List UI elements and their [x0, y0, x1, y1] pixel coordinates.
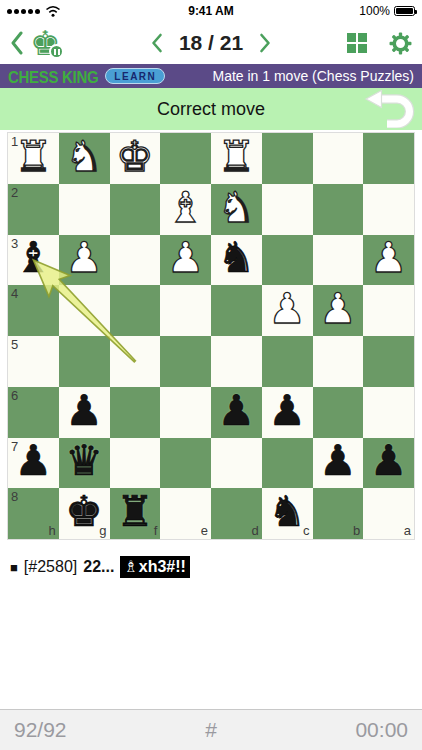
square-b2[interactable]	[313, 184, 364, 235]
white-pawn-c4: ♟	[268, 284, 306, 334]
square-f6[interactable]	[110, 387, 161, 438]
square-e5[interactable]	[160, 336, 211, 387]
black-pawn-c6: ♟	[268, 386, 306, 436]
learn-badge: LEARN	[105, 68, 165, 84]
file-label-e: e	[201, 524, 208, 537]
square-b5[interactable]	[313, 336, 364, 387]
square-g6[interactable]: ♟	[59, 387, 110, 438]
square-h6[interactable]: 6	[8, 387, 59, 438]
square-d7[interactable]	[211, 438, 262, 489]
square-d6[interactable]: ♟	[211, 387, 262, 438]
square-d5[interactable]	[211, 336, 262, 387]
square-g1[interactable]: ♞	[59, 133, 110, 184]
bottom-bar: 92/92 # 00:00	[0, 709, 422, 750]
white-rook-d1: ♜	[218, 132, 256, 182]
file-label-f: f	[154, 524, 158, 537]
square-d2[interactable]: ♞	[211, 184, 262, 235]
rank-label-3: 3	[11, 237, 18, 250]
square-f7[interactable]	[110, 438, 161, 489]
white-pawn-a3: ♟	[370, 233, 408, 283]
square-f3[interactable]	[110, 235, 161, 286]
square-c5[interactable]	[262, 336, 313, 387]
square-a5[interactable]	[363, 336, 414, 387]
rank-label-5: 5	[11, 338, 18, 351]
white-king-f1: ♚	[116, 132, 154, 182]
square-h8[interactable]: 8h	[8, 488, 59, 539]
app-logo-king-icon[interactable]: ♚	[30, 26, 60, 60]
black-rook-f8: ♜	[116, 487, 154, 537]
rank-label-2: 2	[11, 186, 18, 199]
square-b7[interactable]: ♟	[313, 438, 364, 489]
file-label-a: a	[404, 524, 411, 537]
square-g3[interactable]: ♟	[59, 235, 110, 286]
puzzle-list-grid-icon[interactable]	[347, 33, 367, 53]
white-knight-g1: ♞	[65, 132, 103, 182]
square-e2[interactable]: ♝	[160, 184, 211, 235]
square-c2[interactable]	[262, 184, 313, 235]
square-h2[interactable]: 2	[8, 184, 59, 235]
white-bishop-e2: ♝	[167, 183, 205, 233]
black-pawn-b7: ♟	[319, 436, 357, 486]
square-h5[interactable]: 5	[8, 336, 59, 387]
puzzle-id: [#2580]	[24, 558, 77, 576]
move-text: xh3#!!	[139, 558, 186, 576]
square-g8[interactable]: g♚	[59, 488, 110, 539]
square-b4[interactable]: ♟	[313, 285, 364, 336]
rank-label-8: 8	[11, 490, 18, 503]
black-pawn-h7: ♟	[15, 436, 53, 486]
move-line[interactable]: ■ [#2580] 22... ♗xh3#!!	[10, 556, 422, 578]
next-puzzle-icon[interactable]	[259, 33, 271, 53]
black-to-move-marker: ■	[10, 560, 18, 575]
black-knight-d3: ♞	[218, 233, 256, 283]
prev-puzzle-icon[interactable]	[151, 33, 163, 53]
brand-bar: CHESS KING LEARN Mate in 1 move (Chess P…	[0, 64, 422, 88]
status-time: 9:41 AM	[127, 4, 295, 18]
square-h3[interactable]: 3♝	[8, 235, 59, 286]
file-label-h: h	[49, 524, 56, 537]
square-d8[interactable]: d	[211, 488, 262, 539]
square-f8[interactable]: f♜	[110, 488, 161, 539]
rank-label-1: 1	[11, 135, 18, 148]
board: 1♜♞♚♜2♝♞3♝♟♟♞♟4♟♟56♟♟♟7♟♛♟♟8hg♚f♜edc♞ba	[8, 133, 414, 539]
black-pawn-g6: ♟	[65, 386, 103, 436]
square-e4[interactable]	[160, 285, 211, 336]
square-f5[interactable]	[110, 336, 161, 387]
square-a4[interactable]	[363, 285, 414, 336]
square-e6[interactable]	[160, 387, 211, 438]
square-a8[interactable]: a	[363, 488, 414, 539]
move-chip[interactable]: ♗xh3#!!	[120, 556, 189, 578]
square-e7[interactable]	[160, 438, 211, 489]
square-g5[interactable]	[59, 336, 110, 387]
file-label-b: b	[353, 524, 360, 537]
square-c1[interactable]	[262, 133, 313, 184]
puzzle-counter: 18 / 21	[179, 31, 243, 55]
square-c8[interactable]: c♞	[262, 488, 313, 539]
file-label-g: g	[99, 524, 106, 537]
black-king-g8: ♚	[65, 487, 103, 537]
black-pawn-a7: ♟	[370, 436, 408, 486]
square-f4[interactable]	[110, 285, 161, 336]
square-a7[interactable]: ♟	[363, 438, 414, 489]
square-a2[interactable]	[363, 184, 414, 235]
board-wrap: 1♜♞♚♜2♝♞3♝♟♟♞♟4♟♟56♟♟♟7♟♛♟♟8hg♚f♜edc♞ba	[8, 133, 414, 539]
undo-icon[interactable]	[364, 90, 416, 128]
pause-badge-icon	[49, 44, 64, 59]
back-chevron-icon[interactable]	[10, 31, 24, 55]
black-pawn-d6: ♟	[218, 386, 256, 436]
white-pawn-b4: ♟	[319, 284, 357, 334]
battery-percent: 100%	[359, 4, 390, 18]
square-e1[interactable]	[160, 133, 211, 184]
feedback-banner: Correct move	[0, 88, 422, 130]
score-counter: 92/92	[14, 718, 67, 742]
black-queen-g7: ♛	[65, 436, 103, 486]
square-c3[interactable]	[262, 235, 313, 286]
nav-bar: ♚ 18 / 21	[0, 22, 422, 64]
file-label-c: c	[303, 524, 310, 537]
settings-gear-icon[interactable]	[389, 32, 412, 55]
square-f2[interactable]	[110, 184, 161, 235]
square-c6[interactable]: ♟	[262, 387, 313, 438]
battery-icon	[394, 6, 415, 16]
wifi-icon	[45, 5, 61, 17]
square-d1[interactable]: ♜	[211, 133, 262, 184]
square-c4[interactable]: ♟	[262, 285, 313, 336]
square-d3[interactable]: ♞	[211, 235, 262, 286]
square-b6[interactable]	[313, 387, 364, 438]
square-b1[interactable]	[313, 133, 364, 184]
square-h7[interactable]: 7♟	[8, 438, 59, 489]
rank-label-6: 6	[11, 389, 18, 402]
square-e8[interactable]: e	[160, 488, 211, 539]
white-pawn-g3: ♟	[65, 233, 103, 283]
file-label-d: d	[252, 524, 259, 537]
square-g4[interactable]	[59, 285, 110, 336]
course-title: Mate in 1 move (Chess Puzzles)	[212, 68, 414, 84]
square-a1[interactable]	[363, 133, 414, 184]
square-g7[interactable]: ♛	[59, 438, 110, 489]
black-knight-c8: ♞	[268, 487, 306, 537]
move-number: 22...	[83, 558, 114, 576]
square-a6[interactable]	[363, 387, 414, 438]
timer: 00:00	[355, 718, 408, 742]
square-a3[interactable]: ♟	[363, 235, 414, 286]
square-c7[interactable]	[262, 438, 313, 489]
square-b8[interactable]: b	[313, 488, 364, 539]
square-e3[interactable]: ♟	[160, 235, 211, 286]
square-h1[interactable]: 1♜	[8, 133, 59, 184]
square-d4[interactable]	[211, 285, 262, 336]
status-bar: 9:41 AM 100%	[0, 0, 422, 22]
white-pawn-e3: ♟	[167, 233, 205, 283]
square-h4[interactable]: 4	[8, 285, 59, 336]
feedback-text: Correct move	[157, 99, 265, 120]
black-bishop-h3: ♝	[15, 233, 53, 283]
bishop-figurine-icon: ♗	[123, 557, 137, 576]
square-g2[interactable]	[59, 184, 110, 235]
rank-label-7: 7	[11, 440, 18, 453]
white-rook-h1: ♜	[15, 132, 53, 182]
app-name: CHESS KING	[8, 66, 98, 86]
square-b3[interactable]	[313, 235, 364, 286]
rank-label-4: 4	[11, 287, 18, 300]
square-f1[interactable]: ♚	[110, 133, 161, 184]
white-knight-d2: ♞	[218, 183, 256, 233]
signal-strength-icon	[7, 9, 40, 14]
